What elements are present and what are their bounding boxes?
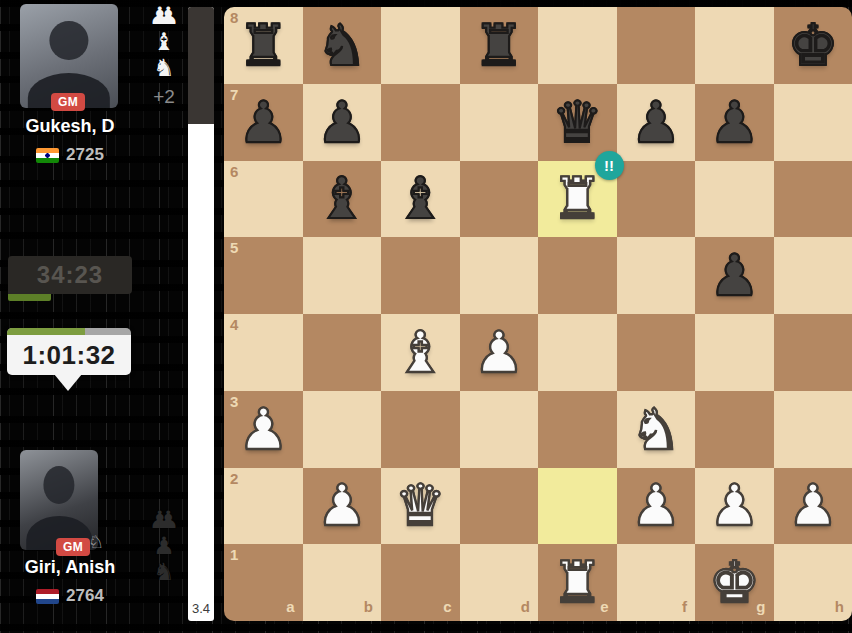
netherlands-flag-icon xyxy=(36,589,59,604)
square-c3[interactable] xyxy=(381,391,460,468)
square-d6[interactable] xyxy=(460,161,539,238)
square-h8[interactable]: ♚ xyxy=(774,7,852,84)
square-b6[interactable]: ♝ xyxy=(303,161,382,238)
clock-top: 34:23 xyxy=(8,256,132,294)
square-f1[interactable]: f xyxy=(617,544,696,621)
file-label-e: e xyxy=(600,599,608,614)
square-d3[interactable] xyxy=(460,391,539,468)
rating-row-bottom: 2764 xyxy=(0,586,140,606)
square-d5[interactable] xyxy=(460,237,539,314)
avatar-giri xyxy=(20,450,98,550)
file-label-b: b xyxy=(364,599,373,614)
file-label-c: c xyxy=(443,599,451,614)
square-c5[interactable] xyxy=(381,237,460,314)
square-h7[interactable] xyxy=(774,84,852,161)
rank-label-4: 4 xyxy=(230,317,238,332)
square-e4[interactable] xyxy=(538,314,617,391)
rating-bottom: 2764 xyxy=(66,586,104,606)
file-label-d: d xyxy=(521,599,530,614)
rank-label-1: 1 xyxy=(230,547,238,562)
square-h1[interactable]: h xyxy=(774,544,852,621)
brilliant-move-badge: !! xyxy=(595,151,624,180)
square-a1[interactable]: 1a xyxy=(224,544,303,621)
piece-black-pawn: ♟ xyxy=(630,94,681,151)
square-d8[interactable]: ♜ xyxy=(460,7,539,84)
square-h6[interactable] xyxy=(774,161,852,238)
piece-white-pawn: ♟ xyxy=(316,477,367,534)
clock-bottom-progress-bar xyxy=(7,328,131,335)
piece-white-king: ♚ xyxy=(709,554,760,611)
piece-black-king: ♚ xyxy=(787,17,838,74)
piece-black-pawn: ♟ xyxy=(709,94,760,151)
rank-label-2: 2 xyxy=(230,471,238,486)
square-h2[interactable]: ♟ xyxy=(774,468,852,545)
eval-score: 3.4 xyxy=(188,601,214,616)
square-f8[interactable] xyxy=(617,7,696,84)
piece-white-rook: ♜ xyxy=(552,554,603,611)
piece-black-queen: ♛ xyxy=(552,94,603,151)
piece-white-pawn: ♟ xyxy=(473,324,524,381)
rank-label-3: 3 xyxy=(230,394,238,409)
square-c7[interactable] xyxy=(381,84,460,161)
file-label-h: h xyxy=(835,599,844,614)
india-flag-icon xyxy=(36,148,59,163)
square-f5[interactable] xyxy=(617,237,696,314)
square-e5[interactable] xyxy=(538,237,617,314)
square-e3[interactable] xyxy=(538,391,617,468)
rating-row-top: 2725 xyxy=(0,145,140,165)
file-label-a: a xyxy=(286,599,294,614)
square-g3[interactable] xyxy=(695,391,774,468)
piece-white-queen: ♛ xyxy=(395,477,446,534)
file-label-f: f xyxy=(682,599,687,614)
material-advantage: +2 xyxy=(153,86,175,108)
square-g4[interactable] xyxy=(695,314,774,391)
rank-label-7: 7 xyxy=(230,87,238,102)
square-c4[interactable]: ♝ xyxy=(381,314,460,391)
square-b3[interactable] xyxy=(303,391,382,468)
eval-gauge: 3.4 xyxy=(188,7,214,621)
piece-black-pawn: ♟ xyxy=(316,94,367,151)
square-a7[interactable]: 7♟ xyxy=(224,84,303,161)
piece-black-bishop: ♝ xyxy=(316,170,367,227)
piece-white-pawn: ♟ xyxy=(238,401,289,458)
square-h4[interactable] xyxy=(774,314,852,391)
broadcast-page: GM Gukesh, D 2725 ♟♟♝♞+2 34:23 1:01:32 G… xyxy=(0,0,852,633)
piece-black-pawn: ♟ xyxy=(238,94,289,151)
square-f4[interactable] xyxy=(617,314,696,391)
square-c6[interactable]: ♝ xyxy=(381,161,460,238)
captured-pieces-top: ♟♟♝♞+2 xyxy=(144,4,184,108)
piece-black-rook: ♜ xyxy=(473,17,524,74)
square-e8[interactable] xyxy=(538,7,617,84)
square-h3[interactable] xyxy=(774,391,852,468)
square-h5[interactable] xyxy=(774,237,852,314)
square-b7[interactable]: ♟ xyxy=(303,84,382,161)
piece-white-bishop: ♝ xyxy=(395,324,446,381)
square-g6[interactable] xyxy=(695,161,774,238)
square-c2[interactable]: ♛ xyxy=(381,468,460,545)
square-g8[interactable] xyxy=(695,7,774,84)
square-b8[interactable]: ♞ xyxy=(303,7,382,84)
clock-bottom-time: 1:01:32 xyxy=(7,335,131,375)
square-c1[interactable]: c xyxy=(381,544,460,621)
player-name-top: Gukesh, D xyxy=(0,116,140,137)
square-d4[interactable]: ♟ xyxy=(460,314,539,391)
square-g1[interactable]: g♚ xyxy=(695,544,774,621)
rank-label-8: 8 xyxy=(230,10,238,25)
title-badge-bottom: GM xyxy=(56,538,90,556)
piece-white-pawn: ♟ xyxy=(787,477,838,534)
piece-black-rook: ♜ xyxy=(238,17,289,74)
square-e1[interactable]: e♜ xyxy=(538,544,617,621)
square-d2[interactable] xyxy=(460,468,539,545)
piece-white-pawn: ♟ xyxy=(709,477,760,534)
square-e2[interactable] xyxy=(538,468,617,545)
square-a6[interactable]: 6 xyxy=(224,161,303,238)
square-g5[interactable]: ♟ xyxy=(695,237,774,314)
square-d1[interactable]: d xyxy=(460,544,539,621)
rank-label-5: 5 xyxy=(230,240,238,255)
captured-pawn-pair-icon: ♟♟ xyxy=(149,4,166,30)
square-f3[interactable]: ♞ xyxy=(617,391,696,468)
captured-knight-icon: ♞ xyxy=(153,56,175,82)
piece-white-knight: ♞ xyxy=(630,401,681,458)
file-label-g: g xyxy=(756,599,765,614)
square-d7[interactable] xyxy=(460,84,539,161)
player-name-bottom: Giri, Anish xyxy=(0,557,140,578)
clock-bottom: 1:01:32 xyxy=(7,328,131,375)
piece-black-pawn: ♟ xyxy=(709,247,760,304)
rating-top: 2725 xyxy=(66,145,104,165)
rank-label-6: 6 xyxy=(230,164,238,179)
square-a2[interactable]: 2 xyxy=(224,468,303,545)
active-clock-pointer xyxy=(54,374,82,391)
square-b5[interactable] xyxy=(303,237,382,314)
square-c8[interactable] xyxy=(381,7,460,84)
square-g2[interactable]: ♟ xyxy=(695,468,774,545)
captured-knight-icon: ♞ xyxy=(153,560,175,586)
title-badge-top: GM xyxy=(51,93,85,111)
knight-outline-icon: ♘ xyxy=(88,531,104,553)
square-e7[interactable]: ♛ xyxy=(538,84,617,161)
square-a8[interactable]: 8♜ xyxy=(224,7,303,84)
square-a4[interactable]: 4 xyxy=(224,314,303,391)
captured-pawn-icon: ♟ xyxy=(153,534,175,560)
piece-white-rook: ♜ xyxy=(552,170,603,227)
captured-bishop-icon: ♝ xyxy=(153,30,175,56)
square-f2[interactable]: ♟ xyxy=(617,468,696,545)
square-e6[interactable]: ♜!! xyxy=(538,161,617,238)
square-b2[interactable]: ♟ xyxy=(303,468,382,545)
clock-top-progress-bar xyxy=(8,294,51,301)
eval-gauge-black-part xyxy=(188,7,214,124)
square-f7[interactable]: ♟ xyxy=(617,84,696,161)
captured-pawn-pair-icon: ♟♟ xyxy=(149,508,166,534)
piece-white-pawn: ♟ xyxy=(630,477,681,534)
square-g7[interactable]: ♟ xyxy=(695,84,774,161)
chessboard[interactable]: 8♜♞♜♚7♟♟♛♟♟6♝♝♜!!5♟4♝♟3♟♞2♟♛♟♟♟1abcde♜fg… xyxy=(224,7,852,621)
piece-black-bishop: ♝ xyxy=(395,170,446,227)
square-a5[interactable]: 5 xyxy=(224,237,303,314)
clock-bottom-progress-fill xyxy=(7,328,85,335)
square-f6[interactable] xyxy=(617,161,696,238)
square-b4[interactable] xyxy=(303,314,382,391)
square-b1[interactable]: b xyxy=(303,544,382,621)
captured-pieces-bottom: ♟♟♟♞ xyxy=(144,508,184,586)
square-a3[interactable]: 3♟ xyxy=(224,391,303,468)
piece-black-knight: ♞ xyxy=(316,17,367,74)
